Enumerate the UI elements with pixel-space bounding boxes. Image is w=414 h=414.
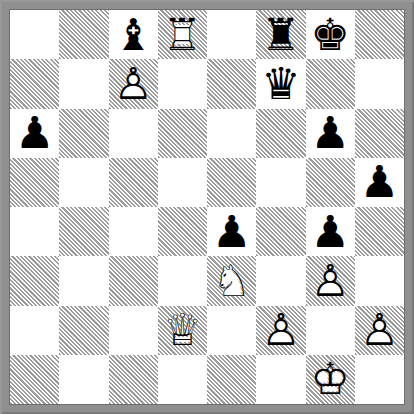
square-c7[interactable]: ♟♙ bbox=[109, 59, 158, 108]
square-b6[interactable] bbox=[59, 109, 108, 158]
square-c5[interactable] bbox=[109, 158, 158, 207]
square-f4[interactable] bbox=[256, 207, 305, 256]
square-b4[interactable] bbox=[59, 207, 108, 256]
white-knight: ♞♘ bbox=[207, 256, 256, 305]
square-h6[interactable] bbox=[355, 109, 404, 158]
square-b8[interactable] bbox=[59, 10, 108, 59]
white-pawn-glyph: ♙ bbox=[360, 308, 399, 352]
black-pawn-glyph: ♟ bbox=[310, 210, 349, 254]
square-e3[interactable]: ♞♘ bbox=[207, 256, 256, 305]
black-queen: ♛ bbox=[256, 59, 305, 108]
square-c8[interactable]: ♝ bbox=[109, 10, 158, 59]
board-frame: ♝♜♖♜♚♟♙♛♟♟♟♟♟♞♘♟♙♛♕♟♙♟♙♚♔ bbox=[0, 0, 414, 414]
square-g8[interactable]: ♚ bbox=[306, 10, 355, 59]
square-e4[interactable]: ♟ bbox=[207, 207, 256, 256]
black-pawn-glyph: ♟ bbox=[360, 160, 399, 204]
square-a8[interactable] bbox=[10, 10, 59, 59]
square-e5[interactable] bbox=[207, 158, 256, 207]
square-d2[interactable]: ♛♕ bbox=[158, 306, 207, 355]
square-c1[interactable] bbox=[109, 355, 158, 404]
square-e6[interactable] bbox=[207, 109, 256, 158]
square-h3[interactable] bbox=[355, 256, 404, 305]
square-h2[interactable]: ♟♙ bbox=[355, 306, 404, 355]
square-g5[interactable] bbox=[306, 158, 355, 207]
white-rook-glyph: ♖ bbox=[163, 13, 202, 57]
white-pawn: ♟♙ bbox=[355, 306, 404, 355]
square-f5[interactable] bbox=[256, 158, 305, 207]
square-d6[interactable] bbox=[158, 109, 207, 158]
square-a3[interactable] bbox=[10, 256, 59, 305]
square-d7[interactable] bbox=[158, 59, 207, 108]
black-bishop: ♝ bbox=[109, 10, 158, 59]
chess-board: ♝♜♖♜♚♟♙♛♟♟♟♟♟♞♘♟♙♛♕♟♙♟♙♚♔ bbox=[10, 10, 404, 404]
white-pawn: ♟♙ bbox=[306, 256, 355, 305]
square-a1[interactable] bbox=[10, 355, 59, 404]
square-f3[interactable] bbox=[256, 256, 305, 305]
black-pawn-glyph: ♟ bbox=[15, 111, 54, 155]
white-queen-glyph: ♕ bbox=[163, 308, 202, 352]
white-queen: ♛♕ bbox=[158, 306, 207, 355]
square-e1[interactable] bbox=[207, 355, 256, 404]
black-pawn-glyph: ♟ bbox=[310, 111, 349, 155]
square-a5[interactable] bbox=[10, 158, 59, 207]
square-f8[interactable]: ♜ bbox=[256, 10, 305, 59]
black-king: ♚ bbox=[306, 10, 355, 59]
square-g2[interactable] bbox=[306, 306, 355, 355]
square-h5[interactable]: ♟ bbox=[355, 158, 404, 207]
square-d1[interactable] bbox=[158, 355, 207, 404]
square-e7[interactable] bbox=[207, 59, 256, 108]
square-e2[interactable] bbox=[207, 306, 256, 355]
black-pawn: ♟ bbox=[355, 158, 404, 207]
square-c2[interactable] bbox=[109, 306, 158, 355]
square-g3[interactable]: ♟♙ bbox=[306, 256, 355, 305]
black-rook-glyph: ♜ bbox=[261, 13, 300, 57]
square-a7[interactable] bbox=[10, 59, 59, 108]
square-h8[interactable] bbox=[355, 10, 404, 59]
white-king-glyph: ♔ bbox=[310, 357, 349, 401]
square-d4[interactable] bbox=[158, 207, 207, 256]
square-d5[interactable] bbox=[158, 158, 207, 207]
square-f7[interactable]: ♛ bbox=[256, 59, 305, 108]
black-pawn: ♟ bbox=[306, 109, 355, 158]
black-pawn: ♟ bbox=[10, 109, 59, 158]
black-pawn-glyph: ♟ bbox=[212, 210, 251, 254]
square-g1[interactable]: ♚♔ bbox=[306, 355, 355, 404]
square-a4[interactable] bbox=[10, 207, 59, 256]
black-pawn: ♟ bbox=[207, 207, 256, 256]
white-rook: ♜♖ bbox=[158, 10, 207, 59]
black-bishop-glyph: ♝ bbox=[113, 13, 152, 57]
white-pawn: ♟♙ bbox=[256, 306, 305, 355]
square-f1[interactable] bbox=[256, 355, 305, 404]
square-b7[interactable] bbox=[59, 59, 108, 108]
square-a6[interactable]: ♟ bbox=[10, 109, 59, 158]
square-b3[interactable] bbox=[59, 256, 108, 305]
square-c6[interactable] bbox=[109, 109, 158, 158]
square-h7[interactable] bbox=[355, 59, 404, 108]
square-f2[interactable]: ♟♙ bbox=[256, 306, 305, 355]
white-king: ♚♔ bbox=[306, 355, 355, 404]
square-b1[interactable] bbox=[59, 355, 108, 404]
square-b5[interactable] bbox=[59, 158, 108, 207]
black-rook: ♜ bbox=[256, 10, 305, 59]
square-a2[interactable] bbox=[10, 306, 59, 355]
white-knight-glyph: ♘ bbox=[212, 259, 251, 303]
square-d3[interactable] bbox=[158, 256, 207, 305]
square-b2[interactable] bbox=[59, 306, 108, 355]
white-pawn-glyph: ♙ bbox=[261, 308, 300, 352]
black-king-glyph: ♚ bbox=[310, 13, 349, 57]
white-pawn-glyph: ♙ bbox=[113, 62, 152, 106]
square-h4[interactable] bbox=[355, 207, 404, 256]
square-g7[interactable] bbox=[306, 59, 355, 108]
white-pawn-glyph: ♙ bbox=[310, 259, 349, 303]
square-g6[interactable]: ♟ bbox=[306, 109, 355, 158]
square-c3[interactable] bbox=[109, 256, 158, 305]
square-c4[interactable] bbox=[109, 207, 158, 256]
square-g4[interactable]: ♟ bbox=[306, 207, 355, 256]
square-e8[interactable] bbox=[207, 10, 256, 59]
square-f6[interactable] bbox=[256, 109, 305, 158]
black-pawn: ♟ bbox=[306, 207, 355, 256]
white-pawn: ♟♙ bbox=[109, 59, 158, 108]
square-h1[interactable] bbox=[355, 355, 404, 404]
black-queen-glyph: ♛ bbox=[261, 62, 300, 106]
square-d8[interactable]: ♜♖ bbox=[158, 10, 207, 59]
